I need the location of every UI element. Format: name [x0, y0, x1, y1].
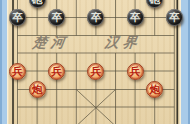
river-label-chu-he: 楚河	[32, 35, 70, 50]
piece-black-soldier[interactable]: 卒	[9, 9, 26, 26]
river-label-han-jie: 汉界	[104, 35, 142, 50]
piece-red-soldier[interactable]: 兵	[127, 63, 144, 80]
piece-red-soldier[interactable]: 兵	[9, 63, 26, 80]
piece-red-soldier[interactable]: 兵	[48, 63, 65, 80]
piece-black-soldier[interactable]: 卒	[166, 9, 183, 26]
piece-red-soldier[interactable]: 兵	[87, 63, 104, 80]
xiangqi-board-view: 楚河 汉界 砲砲卒卒卒卒卒兵兵兵兵炮炮	[0, 0, 190, 124]
piece-red-cannon[interactable]: 炮	[29, 81, 46, 98]
piece-black-soldier[interactable]: 卒	[127, 9, 144, 26]
